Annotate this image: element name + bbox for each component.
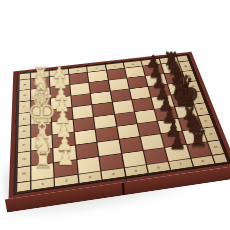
box-left-face <box>9 70 15 209</box>
coord-file-label: B <box>19 90 30 102</box>
coord-file-label: H <box>208 140 224 155</box>
square-b2: ♟ <box>51 85 70 98</box>
corner-plate <box>17 181 30 192</box>
square-f6 <box>138 121 161 136</box>
square-c6 <box>130 87 151 100</box>
square-f8: ♝ <box>178 116 201 130</box>
coord-file-label: G <box>203 127 219 141</box>
square-f7: ♟ <box>158 119 181 134</box>
square-e8: ♚ <box>175 104 198 118</box>
chess-board: 12345678A♜♟♟♜AB♞♟♟♞BC♝♟♟♝CD♛♟♟♛DE♚♟♟♚EF♝… <box>9 52 230 199</box>
coord-file-label: F <box>18 138 30 153</box>
coord-rank-label: 1 <box>31 178 54 190</box>
square-e7: ♟ <box>155 107 177 121</box>
square-a6 <box>125 66 145 78</box>
square-f2: ♟ <box>53 132 75 148</box>
scene: 12345678A♜♟♟♜AB♞♟♟♞BC♝♟♟♝CD♛♟♟♛DE♚♟♟♚EF♝… <box>0 0 230 230</box>
square-g6 <box>141 134 165 150</box>
coord-file-label: E <box>18 125 30 139</box>
square-e2: ♟ <box>52 120 73 135</box>
square-f3 <box>75 129 97 144</box>
coord-file-label: D <box>19 113 31 126</box>
coord-file-label: G <box>18 152 31 167</box>
coord-file-label: A <box>19 79 30 90</box>
coord-rank-label: 8 <box>191 156 214 167</box>
coord-file-label: H <box>17 166 30 182</box>
square-e5 <box>115 112 137 126</box>
square-d1: ♛ <box>31 110 51 124</box>
corner-plate <box>213 154 228 163</box>
square-f1: ♝ <box>31 135 52 151</box>
square-g3 <box>76 143 99 159</box>
square-d5 <box>112 100 133 113</box>
square-h7: ♟ <box>165 145 190 161</box>
product-photo-stage: 12345678A♜♟♟♜AB♞♟♟♞BC♝♟♟♝CD♛♟♟♛DE♚♟♟♚EF♝… <box>0 0 230 230</box>
coord-rank-label: 3 <box>78 172 101 184</box>
square-d4 <box>92 103 113 117</box>
coord-file-label: C <box>19 101 30 113</box>
coord-file-label: E <box>194 103 209 116</box>
